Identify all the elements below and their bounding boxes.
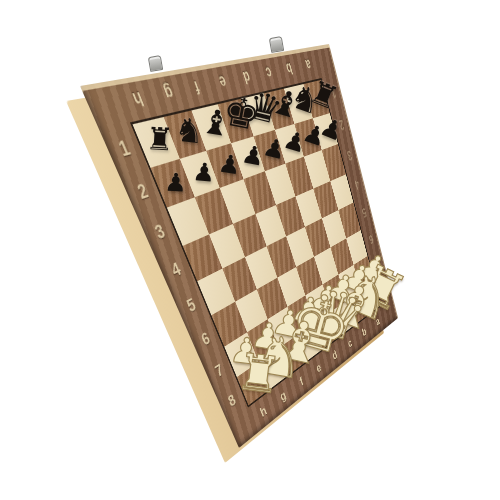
- product-photo: hgfedcba hgfedcba 12345678 12345678 ♜♞♝♚…: [0, 0, 500, 500]
- hinge-icon: [268, 36, 283, 53]
- chessboard-frame: hgfedcba hgfedcba 12345678 12345678: [80, 44, 398, 448]
- hinge-icon: [148, 55, 163, 72]
